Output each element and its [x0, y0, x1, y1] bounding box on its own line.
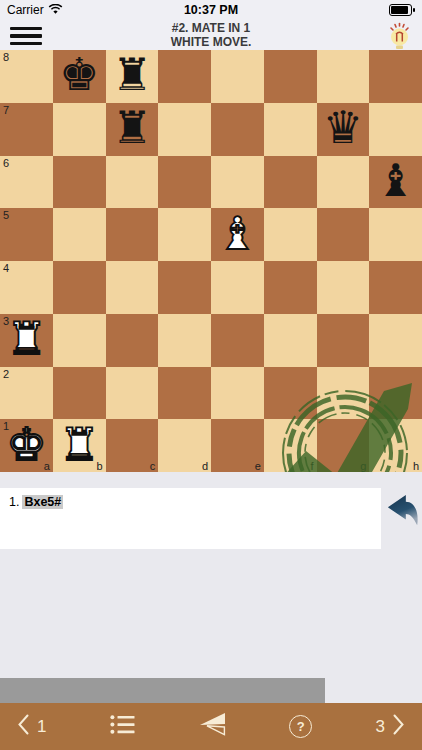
app-screen: Carrier 10:37 PM #2. MA [0, 0, 422, 750]
hamburger-icon [10, 27, 42, 30]
wifi-icon [48, 1, 63, 19]
square-d3[interactable] [158, 314, 211, 367]
square-c2[interactable] [106, 367, 159, 420]
file-label: a [44, 460, 50, 472]
square-d1[interactable]: d [158, 419, 211, 472]
black-rook: ♜ [112, 52, 152, 97]
chevron-right-icon [393, 714, 404, 740]
square-c8[interactable]: ♜ [106, 50, 159, 103]
square-d4[interactable] [158, 261, 211, 314]
square-b2[interactable] [53, 367, 106, 420]
square-e6[interactable] [211, 156, 264, 209]
paper-plane-left-icon [198, 712, 226, 742]
square-c7[interactable]: ♜ [106, 103, 159, 156]
square-g7[interactable]: ♛ [317, 103, 370, 156]
square-h1[interactable]: h [369, 419, 422, 472]
ad-banner-placeholder [0, 678, 325, 703]
square-e8[interactable] [211, 50, 264, 103]
square-a5[interactable]: 5 [0, 208, 53, 261]
square-c3[interactable] [106, 314, 159, 367]
white-rook: ♜ [6, 316, 46, 361]
square-e7[interactable] [211, 103, 264, 156]
square-h4[interactable] [369, 261, 422, 314]
square-e3[interactable] [211, 314, 264, 367]
white-king: ♚ [6, 422, 46, 467]
black-king: ♚ [59, 52, 99, 97]
square-f1[interactable]: f [264, 419, 317, 472]
file-label: e [255, 460, 261, 472]
carrier-label: Carrier [7, 3, 44, 17]
square-c1[interactable]: c [106, 419, 159, 472]
bottom-toolbar: 1 ? [0, 703, 422, 750]
black-bishop: ♝ [375, 158, 415, 203]
square-g5[interactable] [317, 208, 370, 261]
square-f8[interactable] [264, 50, 317, 103]
prev-puzzle-button[interactable]: 1 [18, 714, 46, 740]
square-g6[interactable] [317, 156, 370, 209]
square-a1[interactable]: 1a♚ [0, 419, 53, 472]
hint-button[interactable] [382, 20, 416, 52]
rank-label: 8 [3, 51, 9, 63]
square-b1[interactable]: b♜ [53, 419, 106, 472]
white-bishop: ♝ [217, 211, 257, 256]
square-c4[interactable] [106, 261, 159, 314]
square-b5[interactable] [53, 208, 106, 261]
square-f7[interactable] [264, 103, 317, 156]
square-f6[interactable] [264, 156, 317, 209]
rank-label: 6 [3, 157, 9, 169]
puzzle-title: #2. MATE IN 1 WHITE MOVE. [70, 20, 352, 51]
move-number: 1. [9, 495, 19, 509]
square-h5[interactable] [369, 208, 422, 261]
takeback-arrow-icon[interactable] [386, 492, 420, 534]
square-f3[interactable] [264, 314, 317, 367]
rank-label: 3 [3, 315, 9, 327]
black-rook: ♜ [112, 105, 152, 150]
square-d6[interactable] [158, 156, 211, 209]
square-f2[interactable] [264, 367, 317, 420]
status-bar: Carrier 10:37 PM [0, 0, 422, 20]
file-label: h [413, 460, 419, 472]
file-label: g [360, 460, 366, 472]
clock: 10:37 PM [0, 3, 422, 17]
square-e4[interactable] [211, 261, 264, 314]
battery-icon [389, 4, 415, 16]
next-puzzle-number: 3 [376, 717, 385, 737]
square-a6[interactable]: 6 [0, 156, 53, 209]
move-item[interactable]: Bxe5# [22, 495, 63, 509]
square-h7[interactable] [369, 103, 422, 156]
move-list: 1.Bxe5# [0, 488, 381, 549]
file-label: b [96, 460, 102, 472]
square-e5[interactable]: ♝ [211, 208, 264, 261]
puzzle-title-line1: #2. MATE IN 1 [70, 21, 352, 35]
chevron-left-icon [18, 714, 29, 740]
prev-puzzle-number: 1 [37, 717, 46, 737]
rank-label: 2 [3, 368, 9, 380]
file-label: f [310, 460, 313, 472]
square-g3[interactable] [317, 314, 370, 367]
rank-label: 1 [3, 420, 9, 432]
menu-button[interactable] [10, 25, 42, 47]
file-label: c [150, 460, 156, 472]
next-puzzle-button[interactable]: 3 [376, 714, 404, 740]
square-b4[interactable] [53, 261, 106, 314]
help-button[interactable]: ? [289, 715, 312, 738]
question-mark-icon: ? [289, 715, 312, 738]
square-a4[interactable]: 4 [0, 261, 53, 314]
square-d8[interactable] [158, 50, 211, 103]
puzzle-title-line2: WHITE MOVE. [70, 35, 352, 49]
square-g1[interactable]: g [317, 419, 370, 472]
square-h3[interactable] [369, 314, 422, 367]
square-e2[interactable] [211, 367, 264, 420]
square-f4[interactable] [264, 261, 317, 314]
square-g4[interactable] [317, 261, 370, 314]
square-g2[interactable] [317, 367, 370, 420]
list-icon [110, 714, 135, 740]
black-queen: ♛ [323, 105, 363, 150]
square-h2[interactable] [369, 367, 422, 420]
square-a3[interactable]: 3♜ [0, 314, 53, 367]
rank-label: 4 [3, 262, 9, 274]
square-a2[interactable]: 2 [0, 367, 53, 420]
square-b7[interactable] [53, 103, 106, 156]
nav-bar: #2. MATE IN 1 WHITE MOVE. [0, 20, 422, 50]
square-b6[interactable] [53, 156, 106, 209]
square-h6[interactable]: ♝ [369, 156, 422, 209]
square-d5[interactable] [158, 208, 211, 261]
square-a8[interactable]: 8 [0, 50, 53, 103]
square-h8[interactable] [369, 50, 422, 103]
white-rook: ♜ [59, 422, 99, 467]
square-g8[interactable] [317, 50, 370, 103]
rank-label: 5 [3, 209, 9, 221]
square-d7[interactable] [158, 103, 211, 156]
square-c5[interactable] [106, 208, 159, 261]
square-f5[interactable] [264, 208, 317, 261]
square-a7[interactable]: 7 [0, 103, 53, 156]
square-d2[interactable] [158, 367, 211, 420]
puzzle-list-button[interactable] [110, 714, 135, 740]
square-b8[interactable]: ♚ [53, 50, 106, 103]
replay-move-button[interactable] [198, 712, 226, 742]
chess-board: 8♚♜7♜♛6♝5♝43♜21a♚b♜cdefgh [0, 50, 422, 472]
square-c6[interactable] [106, 156, 159, 209]
square-e1[interactable]: e [211, 419, 264, 472]
file-label: d [202, 460, 208, 472]
rank-label: 7 [3, 104, 9, 116]
square-b3[interactable] [53, 314, 106, 367]
